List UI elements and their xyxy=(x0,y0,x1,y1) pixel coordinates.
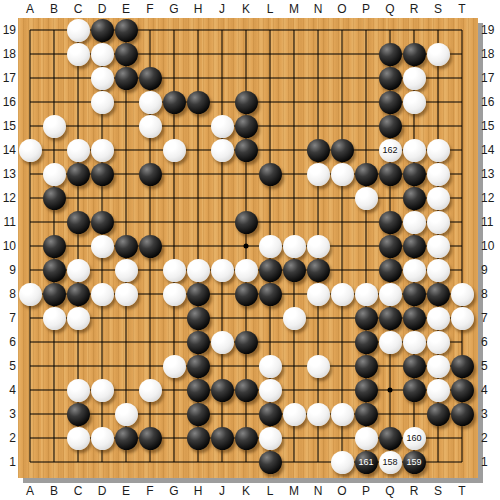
coord-right-5: 5 xyxy=(481,358,500,374)
stone-white-P8[interactable] xyxy=(355,283,378,306)
stone-white-S5[interactable] xyxy=(427,355,450,378)
stone-black-N9[interactable] xyxy=(307,259,330,282)
stone-black-R18[interactable] xyxy=(403,43,426,66)
stone-white-R16[interactable] xyxy=(403,91,426,114)
stone-white-N5[interactable] xyxy=(307,355,330,378)
stone-white-C4[interactable] xyxy=(67,379,90,402)
stone-black-N14[interactable] xyxy=(307,139,330,162)
stone-black-L1[interactable] xyxy=(259,451,282,474)
stone-black-B10[interactable] xyxy=(43,235,66,258)
stone-black-T4[interactable] xyxy=(451,379,474,402)
stone-black-F17[interactable] xyxy=(139,67,162,90)
stone-white-O8[interactable] xyxy=(331,283,354,306)
stone-white-D18[interactable] xyxy=(91,43,114,66)
stone-black-R10[interactable] xyxy=(403,235,426,258)
coord-bottom-D: D xyxy=(92,483,112,499)
coord-left-15: 15 xyxy=(1,118,16,134)
stone-white-C18[interactable] xyxy=(67,43,90,66)
stone-black-R7[interactable] xyxy=(403,307,426,330)
coord-left-16: 16 xyxy=(1,94,16,110)
stone-white-Q6[interactable] xyxy=(379,331,402,354)
coord-right-14: 14 xyxy=(481,142,500,158)
coord-top-E: E xyxy=(116,1,136,17)
stone-black-R13[interactable] xyxy=(403,163,426,186)
stone-black-Q7[interactable] xyxy=(379,307,402,330)
coord-right-9: 9 xyxy=(481,262,500,278)
coord-bottom-F: F xyxy=(140,483,160,499)
stone-black-R8[interactable] xyxy=(403,283,426,306)
stone-white-C9[interactable] xyxy=(67,259,90,282)
coord-left-17: 17 xyxy=(1,70,16,86)
stone-black-H16[interactable] xyxy=(187,91,210,114)
stone-white-O1[interactable] xyxy=(331,451,354,474)
stone-white-S7[interactable] xyxy=(427,307,450,330)
stone-black-E19[interactable] xyxy=(115,19,138,42)
coord-top-G: G xyxy=(164,1,184,17)
stone-white-J9[interactable] xyxy=(211,259,234,282)
stone-white-B7[interactable] xyxy=(43,307,66,330)
move-number-label: 161 xyxy=(358,458,373,467)
stone-black-K16[interactable] xyxy=(235,91,258,114)
coord-bottom-L: L xyxy=(260,483,280,499)
coord-left-2: 2 xyxy=(1,430,16,446)
move-number-label: 160 xyxy=(406,434,421,443)
stone-black-F2[interactable] xyxy=(139,427,162,450)
stone-black-Q10[interactable] xyxy=(379,235,402,258)
coord-left-14: 14 xyxy=(1,142,16,158)
move-number-label: 158 xyxy=(382,458,397,467)
stone-black-Q15[interactable] xyxy=(379,115,402,138)
stone-white-M3[interactable] xyxy=(283,403,306,426)
stone-black-K6[interactable] xyxy=(235,331,258,354)
stone-black-O14[interactable] xyxy=(331,139,354,162)
coord-right-12: 12 xyxy=(481,190,500,206)
go-game-screenshot: 162160161158159 AABBCCDDEEFFGGHHJJKKLLMM… xyxy=(0,0,500,500)
coord-right-8: 8 xyxy=(481,286,500,302)
stone-white-T8[interactable] xyxy=(451,283,474,306)
stone-black-C13[interactable] xyxy=(67,163,90,186)
coord-top-R: R xyxy=(404,1,424,17)
stone-black-Q2[interactable] xyxy=(379,427,402,450)
stone-black-C11[interactable] xyxy=(67,211,90,234)
coord-top-D: D xyxy=(92,1,112,17)
stone-white-L2[interactable] xyxy=(259,427,282,450)
coord-top-N: N xyxy=(308,1,328,17)
coord-right-6: 6 xyxy=(481,334,500,350)
stone-white-J15[interactable] xyxy=(211,115,234,138)
stone-white-G8[interactable] xyxy=(163,283,186,306)
coord-top-C: C xyxy=(68,1,88,17)
stone-white-S13[interactable] xyxy=(427,163,450,186)
stone-black-P4[interactable] xyxy=(355,379,378,402)
stone-white-Q1[interactable]: 158 xyxy=(379,451,402,474)
stone-black-H2[interactable] xyxy=(187,427,210,450)
stone-black-R12[interactable] xyxy=(403,187,426,210)
coord-bottom-G: G xyxy=(164,483,184,499)
coord-right-11: 11 xyxy=(481,214,500,230)
stone-white-R11[interactable] xyxy=(403,211,426,234)
stone-white-K9[interactable] xyxy=(235,259,258,282)
coord-bottom-R: R xyxy=(404,483,424,499)
stone-black-P1[interactable]: 161 xyxy=(355,451,378,474)
coord-bottom-E: E xyxy=(116,483,136,499)
stone-black-F13[interactable] xyxy=(139,163,162,186)
stone-black-B8[interactable] xyxy=(43,283,66,306)
stone-white-J14[interactable] xyxy=(211,139,234,162)
stone-white-A14[interactable] xyxy=(19,139,42,162)
stone-white-T7[interactable] xyxy=(451,307,474,330)
stone-black-J4[interactable] xyxy=(211,379,234,402)
stone-black-L13[interactable] xyxy=(259,163,282,186)
coord-bottom-P: P xyxy=(356,483,376,499)
stone-black-R5[interactable] xyxy=(403,355,426,378)
stone-black-S8[interactable] xyxy=(427,283,450,306)
stone-white-O3[interactable] xyxy=(331,403,354,426)
star-point-Q4 xyxy=(388,388,393,393)
coord-right-2: 2 xyxy=(481,430,500,446)
coord-left-3: 3 xyxy=(1,406,16,422)
coord-bottom-K: K xyxy=(236,483,256,499)
stone-black-H7[interactable] xyxy=(187,307,210,330)
stone-black-Q16[interactable] xyxy=(379,91,402,114)
stone-black-K2[interactable] xyxy=(235,427,258,450)
stone-black-C3[interactable] xyxy=(67,403,90,426)
coord-right-3: 3 xyxy=(481,406,500,422)
stone-white-N10[interactable] xyxy=(307,235,330,258)
stone-white-L5[interactable] xyxy=(259,355,282,378)
coord-bottom-M: M xyxy=(284,483,304,499)
coord-left-7: 7 xyxy=(1,310,16,326)
coord-bottom-Q: Q xyxy=(380,483,400,499)
stone-white-J6[interactable] xyxy=(211,331,234,354)
stone-white-L4[interactable] xyxy=(259,379,282,402)
stone-black-B9[interactable] xyxy=(43,259,66,282)
coord-left-9: 9 xyxy=(1,262,16,278)
stone-white-S11[interactable] xyxy=(427,211,450,234)
stone-white-G14[interactable] xyxy=(163,139,186,162)
stone-black-S3[interactable] xyxy=(427,403,450,426)
stone-white-Q8[interactable] xyxy=(379,283,402,306)
stone-black-Q17[interactable] xyxy=(379,67,402,90)
stone-white-P12[interactable] xyxy=(355,187,378,210)
stone-black-L8[interactable] xyxy=(259,283,282,306)
stone-black-P7[interactable] xyxy=(355,307,378,330)
coord-top-F: F xyxy=(140,1,160,17)
coord-top-B: B xyxy=(44,1,64,17)
stone-black-G16[interactable] xyxy=(163,91,186,114)
stone-black-P6[interactable] xyxy=(355,331,378,354)
coord-left-12: 12 xyxy=(1,190,16,206)
stone-white-P2[interactable] xyxy=(355,427,378,450)
stone-black-T5[interactable] xyxy=(451,355,474,378)
stone-white-F15[interactable] xyxy=(139,115,162,138)
stone-black-M9[interactable] xyxy=(283,259,306,282)
coord-top-H: H xyxy=(188,1,208,17)
go-board[interactable]: 162160161158159 xyxy=(18,18,478,478)
coord-right-7: 7 xyxy=(481,310,500,326)
coord-top-K: K xyxy=(236,1,256,17)
stone-black-D11[interactable] xyxy=(91,211,114,234)
stone-white-D2[interactable] xyxy=(91,427,114,450)
coord-top-O: O xyxy=(332,1,352,17)
stone-white-B13[interactable] xyxy=(43,163,66,186)
coord-left-18: 18 xyxy=(1,46,16,62)
move-number-label: 162 xyxy=(382,146,397,155)
stone-white-A8[interactable] xyxy=(19,283,42,306)
stone-white-C14[interactable] xyxy=(67,139,90,162)
coord-right-18: 18 xyxy=(481,46,500,62)
stone-black-H4[interactable] xyxy=(187,379,210,402)
coord-bottom-J: J xyxy=(212,483,232,499)
stone-white-E3[interactable] xyxy=(115,403,138,426)
stone-white-O13[interactable] xyxy=(331,163,354,186)
stone-white-M7[interactable] xyxy=(283,307,306,330)
stone-black-E2[interactable] xyxy=(115,427,138,450)
stone-white-G5[interactable] xyxy=(163,355,186,378)
stone-black-B12[interactable] xyxy=(43,187,66,210)
stone-white-C19[interactable] xyxy=(67,19,90,42)
stone-white-R14[interactable] xyxy=(403,139,426,162)
stone-black-K8[interactable] xyxy=(235,283,258,306)
stone-black-P5[interactable] xyxy=(355,355,378,378)
coord-left-19: 19 xyxy=(1,22,16,38)
stone-black-C8[interactable] xyxy=(67,283,90,306)
stone-white-N13[interactable] xyxy=(307,163,330,186)
stone-black-E18[interactable] xyxy=(115,43,138,66)
stone-black-K4[interactable] xyxy=(235,379,258,402)
coord-bottom-T: T xyxy=(452,483,472,499)
stone-white-R6[interactable] xyxy=(403,331,426,354)
stone-black-Q13[interactable] xyxy=(379,163,402,186)
stone-black-Q18[interactable] xyxy=(379,43,402,66)
coord-bottom-O: O xyxy=(332,483,352,499)
stone-black-E10[interactable] xyxy=(115,235,138,258)
stone-white-Q14[interactable]: 162 xyxy=(379,139,402,162)
stone-white-H9[interactable] xyxy=(187,259,210,282)
stone-black-P3[interactable] xyxy=(355,403,378,426)
stone-white-B15[interactable] xyxy=(43,115,66,138)
stone-white-R2[interactable]: 160 xyxy=(403,427,426,450)
move-number-label: 159 xyxy=(406,458,421,467)
stone-black-T3[interactable] xyxy=(451,403,474,426)
coord-top-P: P xyxy=(356,1,376,17)
coord-right-15: 15 xyxy=(481,118,500,134)
stone-white-D10[interactable] xyxy=(91,235,114,258)
coord-left-8: 8 xyxy=(1,286,16,302)
coord-top-L: L xyxy=(260,1,280,17)
stone-black-K11[interactable] xyxy=(235,211,258,234)
coord-right-4: 4 xyxy=(481,382,500,398)
coord-top-T: T xyxy=(452,1,472,17)
stone-white-S14[interactable] xyxy=(427,139,450,162)
stone-white-D8[interactable] xyxy=(91,283,114,306)
coord-bottom-A: A xyxy=(20,483,40,499)
coord-right-1: 1 xyxy=(481,454,500,470)
coord-bottom-S: S xyxy=(428,483,448,499)
stone-black-Q9[interactable] xyxy=(379,259,402,282)
star-point-K10 xyxy=(244,244,249,249)
coord-top-M: M xyxy=(284,1,304,17)
coord-bottom-B: B xyxy=(44,483,64,499)
stone-black-P13[interactable] xyxy=(355,163,378,186)
stone-white-C2[interactable] xyxy=(67,427,90,450)
coord-right-13: 13 xyxy=(481,166,500,182)
stone-white-R17[interactable] xyxy=(403,67,426,90)
stone-black-H8[interactable] xyxy=(187,283,210,306)
stone-black-H6[interactable] xyxy=(187,331,210,354)
coord-left-13: 13 xyxy=(1,166,16,182)
stone-white-S9[interactable] xyxy=(427,259,450,282)
coord-left-11: 11 xyxy=(1,214,16,230)
stone-white-S12[interactable] xyxy=(427,187,450,210)
stone-black-Q11[interactable] xyxy=(379,211,402,234)
coord-bottom-H: H xyxy=(188,483,208,499)
stone-black-L3[interactable] xyxy=(259,403,282,426)
stone-black-R4[interactable] xyxy=(403,379,426,402)
stone-black-K14[interactable] xyxy=(235,139,258,162)
stone-black-R1[interactable]: 159 xyxy=(403,451,426,474)
stone-white-D16[interactable] xyxy=(91,91,114,114)
stone-white-M10[interactable] xyxy=(283,235,306,258)
stone-white-N8[interactable] xyxy=(307,283,330,306)
coord-right-16: 16 xyxy=(481,94,500,110)
coord-right-17: 17 xyxy=(481,70,500,86)
stone-white-R9[interactable] xyxy=(403,259,426,282)
coord-left-6: 6 xyxy=(1,334,16,350)
stone-white-D14[interactable] xyxy=(91,139,114,162)
stone-white-D4[interactable] xyxy=(91,379,114,402)
coord-left-10: 10 xyxy=(1,238,16,254)
coord-top-S: S xyxy=(428,1,448,17)
stone-black-F10[interactable] xyxy=(139,235,162,258)
stone-white-D17[interactable] xyxy=(91,67,114,90)
stone-white-E9[interactable] xyxy=(115,259,138,282)
stone-white-S18[interactable] xyxy=(427,43,450,66)
stone-white-N3[interactable] xyxy=(307,403,330,426)
stone-white-F16[interactable] xyxy=(139,91,162,114)
stone-black-L9[interactable] xyxy=(259,259,282,282)
coord-left-5: 5 xyxy=(1,358,16,374)
stone-white-S4[interactable] xyxy=(427,379,450,402)
stone-black-J2[interactable] xyxy=(211,427,234,450)
coord-bottom-N: N xyxy=(308,483,328,499)
coord-left-1: 1 xyxy=(1,454,16,470)
coord-left-4: 4 xyxy=(1,382,16,398)
stone-black-E17[interactable] xyxy=(115,67,138,90)
stone-white-C7[interactable] xyxy=(67,307,90,330)
stone-white-L10[interactable] xyxy=(259,235,282,258)
stone-black-H5[interactable] xyxy=(187,355,210,378)
coord-right-10: 10 xyxy=(481,238,500,254)
stone-black-H3[interactable] xyxy=(187,403,210,426)
coord-top-A: A xyxy=(20,1,40,17)
coord-bottom-C: C xyxy=(68,483,88,499)
stone-black-D13[interactable] xyxy=(91,163,114,186)
stone-white-E8[interactable] xyxy=(115,283,138,306)
coord-right-19: 19 xyxy=(481,22,500,38)
stone-white-S6[interactable] xyxy=(427,331,450,354)
stone-white-S10[interactable] xyxy=(427,235,450,258)
stone-white-F4[interactable] xyxy=(139,379,162,402)
stone-black-D19[interactable] xyxy=(91,19,114,42)
stone-black-K15[interactable] xyxy=(235,115,258,138)
coord-top-Q: Q xyxy=(380,1,400,17)
stone-white-G9[interactable] xyxy=(163,259,186,282)
coord-top-J: J xyxy=(212,1,232,17)
